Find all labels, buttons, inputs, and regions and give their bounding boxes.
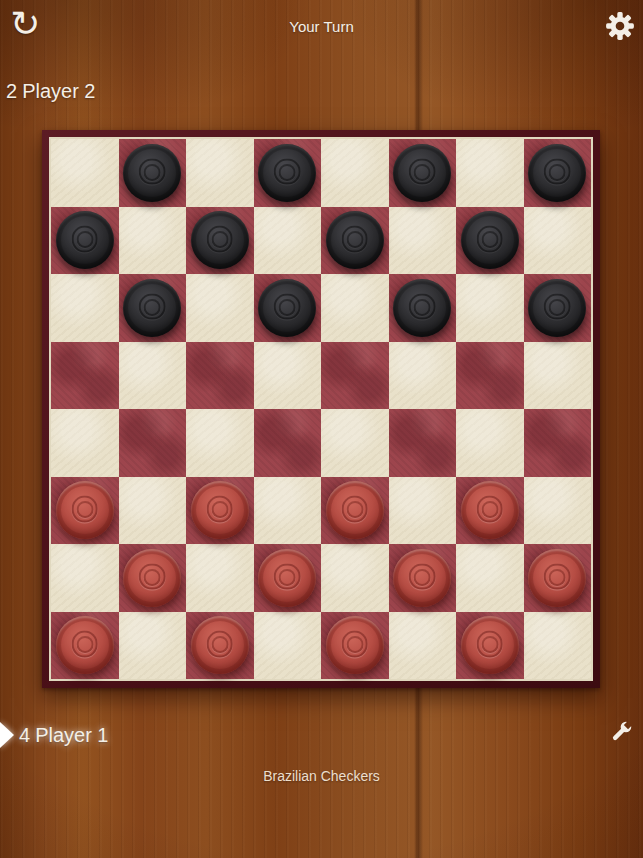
player-1-name: Player 1 [35,724,108,747]
red-checker[interactable] [191,616,249,674]
square-r2c7[interactable] [456,207,524,275]
square-r3c4[interactable] [254,274,322,342]
turn-status-text: Your Turn [0,18,643,35]
square-r2c1[interactable] [51,207,119,275]
player-1-score: 4 [19,724,30,747]
player-2-label: 2 Player 2 [6,80,96,103]
black-checker[interactable] [123,144,181,202]
player-2-score: 2 [6,80,17,103]
square-r4c1[interactable] [51,342,119,410]
turn-indicator-triangle-icon [0,722,14,748]
square-r3c5 [321,274,389,342]
square-r3c3 [186,274,254,342]
square-r3c6[interactable] [389,274,457,342]
square-r2c3[interactable] [186,207,254,275]
black-checker[interactable] [528,279,586,337]
square-r5c1 [51,409,119,477]
square-r7c2[interactable] [119,544,187,612]
square-r7c4[interactable] [254,544,322,612]
square-r5c7 [456,409,524,477]
square-r2c4 [254,207,322,275]
wrench-icon[interactable] [608,719,634,748]
square-r6c1[interactable] [51,477,119,545]
square-r1c6[interactable] [389,139,457,207]
black-checker[interactable] [461,211,519,269]
game-variant-text: Brazilian Checkers [0,768,643,784]
square-r7c3 [186,544,254,612]
square-r8c8 [524,612,592,680]
square-r3c2[interactable] [119,274,187,342]
square-r5c3 [186,409,254,477]
square-r8c3[interactable] [186,612,254,680]
square-r1c1 [51,139,119,207]
red-checker[interactable] [56,616,114,674]
red-checker[interactable] [461,481,519,539]
square-r7c8[interactable] [524,544,592,612]
square-r8c2 [119,612,187,680]
square-r1c4[interactable] [254,139,322,207]
square-r6c6 [389,477,457,545]
square-r4c8 [524,342,592,410]
red-checker[interactable] [326,481,384,539]
square-r2c8 [524,207,592,275]
square-r1c2[interactable] [119,139,187,207]
square-r2c5[interactable] [321,207,389,275]
square-r8c7[interactable] [456,612,524,680]
square-r5c2[interactable] [119,409,187,477]
player-1-label: 4 Player 1 [0,722,109,748]
square-r1c5 [321,139,389,207]
square-r8c4 [254,612,322,680]
square-r5c6[interactable] [389,409,457,477]
red-checker[interactable] [461,616,519,674]
square-r8c1[interactable] [51,612,119,680]
square-r6c7[interactable] [456,477,524,545]
square-r7c5 [321,544,389,612]
square-r6c8 [524,477,592,545]
checkers-board[interactable] [42,130,600,688]
square-r6c3[interactable] [186,477,254,545]
black-checker[interactable] [393,144,451,202]
square-r5c4[interactable] [254,409,322,477]
square-r7c1 [51,544,119,612]
square-r1c7 [456,139,524,207]
black-checker[interactable] [191,211,249,269]
red-checker[interactable] [258,549,316,607]
square-r4c4 [254,342,322,410]
red-checker[interactable] [123,549,181,607]
square-r4c5[interactable] [321,342,389,410]
square-r4c6 [389,342,457,410]
square-r7c7 [456,544,524,612]
square-r3c8[interactable] [524,274,592,342]
square-r5c8[interactable] [524,409,592,477]
square-r1c3 [186,139,254,207]
square-r3c7 [456,274,524,342]
black-checker[interactable] [258,144,316,202]
square-r8c6 [389,612,457,680]
square-r2c6 [389,207,457,275]
red-checker[interactable] [393,549,451,607]
black-checker[interactable] [258,279,316,337]
black-checker[interactable] [56,211,114,269]
square-r4c3[interactable] [186,342,254,410]
square-r1c8[interactable] [524,139,592,207]
square-r4c7[interactable] [456,342,524,410]
black-checker[interactable] [123,279,181,337]
red-checker[interactable] [56,481,114,539]
red-checker[interactable] [191,481,249,539]
red-checker[interactable] [326,616,384,674]
black-checker[interactable] [393,279,451,337]
black-checker[interactable] [528,144,586,202]
square-r8c5[interactable] [321,612,389,680]
gear-icon[interactable] [605,11,635,44]
square-r3c1 [51,274,119,342]
square-r2c2 [119,207,187,275]
square-r4c2 [119,342,187,410]
square-r6c5[interactable] [321,477,389,545]
square-r6c4 [254,477,322,545]
red-checker[interactable] [528,549,586,607]
black-checker[interactable] [326,211,384,269]
square-r7c6[interactable] [389,544,457,612]
player-2-name: Player 2 [22,80,95,103]
board-grid [49,137,593,681]
square-r6c2 [119,477,187,545]
square-r5c5 [321,409,389,477]
